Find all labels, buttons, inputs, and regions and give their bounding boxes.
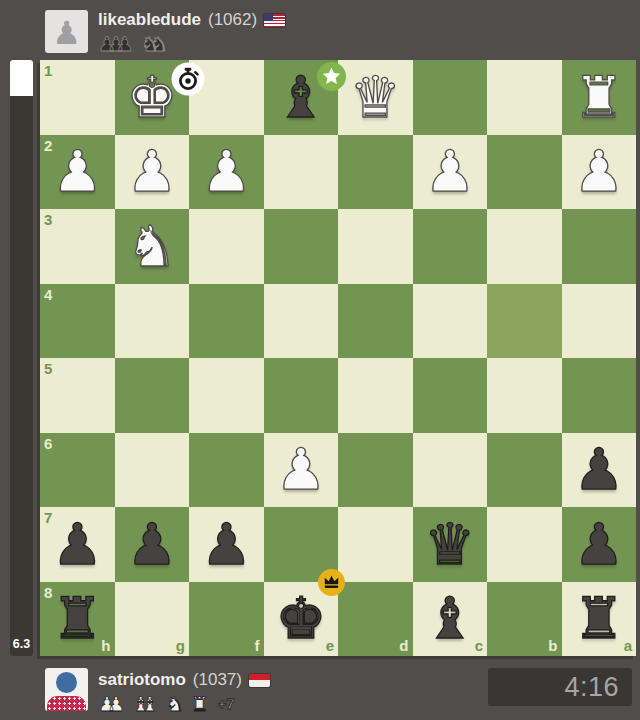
square-d7[interactable]	[338, 507, 413, 582]
square-e3[interactable]	[264, 209, 339, 284]
square-g2[interactable]: ♟	[115, 135, 190, 210]
bottom-captured-pieces: ♟♟♝♝♞♜+7	[98, 692, 270, 714]
square-c3[interactable]	[413, 209, 488, 284]
square-h8[interactable]: 8h♜	[40, 582, 115, 657]
square-d8[interactable]: d	[338, 582, 413, 657]
rank-label-3: 3	[44, 212, 52, 227]
square-a4[interactable]	[562, 284, 637, 359]
black-rook[interactable]: ♜	[40, 582, 115, 657]
file-label-f: f	[255, 638, 260, 653]
bottom-player-avatar[interactable]	[45, 668, 88, 711]
rank-label-6: 6	[44, 436, 52, 451]
square-c4[interactable]	[413, 284, 488, 359]
square-f8[interactable]: f	[189, 582, 264, 657]
indonesia-flag-icon	[249, 674, 270, 687]
person-avatar-icon	[56, 672, 77, 693]
square-b7[interactable]	[487, 507, 562, 582]
us-flag-icon	[264, 14, 285, 27]
square-a5[interactable]	[562, 358, 637, 433]
square-a6[interactable]: ♟	[562, 433, 637, 508]
evaluation-white-portion	[10, 60, 33, 96]
white-rook[interactable]: ♜	[562, 60, 637, 135]
square-d4[interactable]	[338, 284, 413, 359]
black-king[interactable]: ♚	[264, 582, 339, 657]
square-g7[interactable]: ♟	[115, 507, 190, 582]
square-b6[interactable]	[487, 433, 562, 508]
square-b5[interactable]	[487, 358, 562, 433]
black-pawn[interactable]: ♟	[189, 507, 264, 582]
square-b1[interactable]	[487, 60, 562, 135]
chess-board: 1♚♝♛♜2♟♟♟♟♟3♞456♟♟7♟♟♟♛♟8h♜gfe♚dc♝ba♜	[40, 60, 636, 656]
square-h4[interactable]: 4	[40, 284, 115, 359]
square-h2[interactable]: 2♟	[40, 135, 115, 210]
pawn-avatar-icon: ♟	[52, 17, 81, 49]
square-b4[interactable]	[487, 284, 562, 359]
file-label-g: g	[176, 638, 185, 653]
square-g4[interactable]	[115, 284, 190, 359]
square-a2[interactable]: ♟	[562, 135, 637, 210]
square-d2[interactable]	[338, 135, 413, 210]
square-g6[interactable]	[115, 433, 190, 508]
square-c8[interactable]: c♝	[413, 582, 488, 657]
square-h1[interactable]: 1	[40, 60, 115, 135]
square-a7[interactable]: ♟	[562, 507, 637, 582]
square-h6[interactable]: 6	[40, 433, 115, 508]
square-b8[interactable]: b	[487, 582, 562, 657]
square-g5[interactable]	[115, 358, 190, 433]
file-label-b: b	[548, 638, 557, 653]
bottom-player-bar: satriotomo (1037) ♟♟♝♝♞♜+7 4:16	[0, 660, 640, 720]
square-e1[interactable]: ♝	[264, 60, 339, 135]
bottom-player-rating: (1037)	[193, 670, 242, 690]
square-h7[interactable]: 7♟	[40, 507, 115, 582]
square-d6[interactable]	[338, 433, 413, 508]
white-queen[interactable]: ♛	[338, 60, 413, 135]
square-d1[interactable]: ♛	[338, 60, 413, 135]
rank-label-1: 1	[44, 63, 52, 78]
square-f6[interactable]	[189, 433, 264, 508]
black-pawn[interactable]: ♟	[562, 507, 637, 582]
top-player-name[interactable]: likeabledude	[98, 10, 201, 30]
black-bishop[interactable]: ♝	[413, 582, 488, 657]
square-c2[interactable]: ♟	[413, 135, 488, 210]
captured-piece-group: ♞	[166, 694, 184, 714]
rank-label-5: 5	[44, 361, 52, 376]
square-a1[interactable]: ♜	[562, 60, 637, 135]
captured-piece-group: ♟♟♟	[98, 34, 134, 54]
square-c6[interactable]	[413, 433, 488, 508]
square-a3[interactable]	[562, 209, 637, 284]
black-pawn[interactable]: ♟	[562, 433, 637, 508]
captured-piece-group: ♞♞	[141, 34, 168, 54]
black-rook[interactable]: ♜	[562, 582, 637, 657]
square-g3[interactable]: ♞	[115, 209, 190, 284]
black-queen[interactable]: ♛	[413, 507, 488, 582]
top-player-rating: (1062)	[208, 10, 257, 30]
black-bishop[interactable]: ♝	[264, 60, 339, 135]
top-player-avatar[interactable]: ♟	[45, 10, 88, 53]
square-e8[interactable]: e♚	[264, 582, 339, 657]
white-pawn[interactable]: ♟	[264, 433, 339, 508]
square-e6[interactable]: ♟	[264, 433, 339, 508]
square-e5[interactable]	[264, 358, 339, 433]
bottom-player-clock: 4:16	[488, 668, 632, 706]
square-a8[interactable]: a♜	[562, 582, 637, 657]
square-f1[interactable]	[189, 60, 264, 135]
square-e7[interactable]	[264, 507, 339, 582]
square-d3[interactable]	[338, 209, 413, 284]
square-f7[interactable]: ♟	[189, 507, 264, 582]
square-h5[interactable]: 5	[40, 358, 115, 433]
white-pawn[interactable]: ♟	[40, 135, 115, 210]
white-king[interactable]: ♚	[115, 60, 190, 135]
white-pawn[interactable]: ♟	[189, 135, 264, 210]
square-d5[interactable]	[338, 358, 413, 433]
evaluation-bar: 6.3	[10, 60, 33, 656]
square-c5[interactable]	[413, 358, 488, 433]
rank-label-4: 4	[44, 287, 52, 302]
file-label-d: d	[399, 638, 408, 653]
square-f2[interactable]: ♟	[189, 135, 264, 210]
top-player-bar: ♟ likeabledude (1062) ♟♟♟♞♞	[0, 0, 640, 60]
white-pawn[interactable]: ♟	[115, 135, 190, 210]
square-e2[interactable]	[264, 135, 339, 210]
white-pawn[interactable]: ♟	[413, 135, 488, 210]
square-b2[interactable]	[487, 135, 562, 210]
square-e4[interactable]	[264, 284, 339, 359]
square-f3[interactable]	[189, 209, 264, 284]
black-pawn[interactable]: ♟	[115, 507, 190, 582]
square-g8[interactable]: g	[115, 582, 190, 657]
white-pawn[interactable]: ♟	[562, 135, 637, 210]
bottom-player-name[interactable]: satriotomo	[98, 670, 186, 690]
evaluation-score: 6.3	[10, 637, 33, 651]
top-captured-pieces: ♟♟♟♞♞	[98, 32, 285, 54]
square-b3[interactable]	[487, 209, 562, 284]
captured-piece-group: ♟♟	[98, 694, 125, 714]
captured-piece-group: ♝♝	[132, 694, 159, 714]
square-f5[interactable]	[189, 358, 264, 433]
square-f4[interactable]	[189, 284, 264, 359]
white-knight[interactable]: ♞	[115, 209, 190, 284]
square-c1[interactable]	[413, 60, 488, 135]
material-advantage: +7	[218, 694, 235, 714]
square-c7[interactable]: ♛	[413, 507, 488, 582]
square-g1[interactable]: ♚	[115, 60, 190, 135]
black-pawn[interactable]: ♟	[40, 507, 115, 582]
captured-piece-group: ♜	[191, 694, 209, 714]
square-h3[interactable]: 3	[40, 209, 115, 284]
